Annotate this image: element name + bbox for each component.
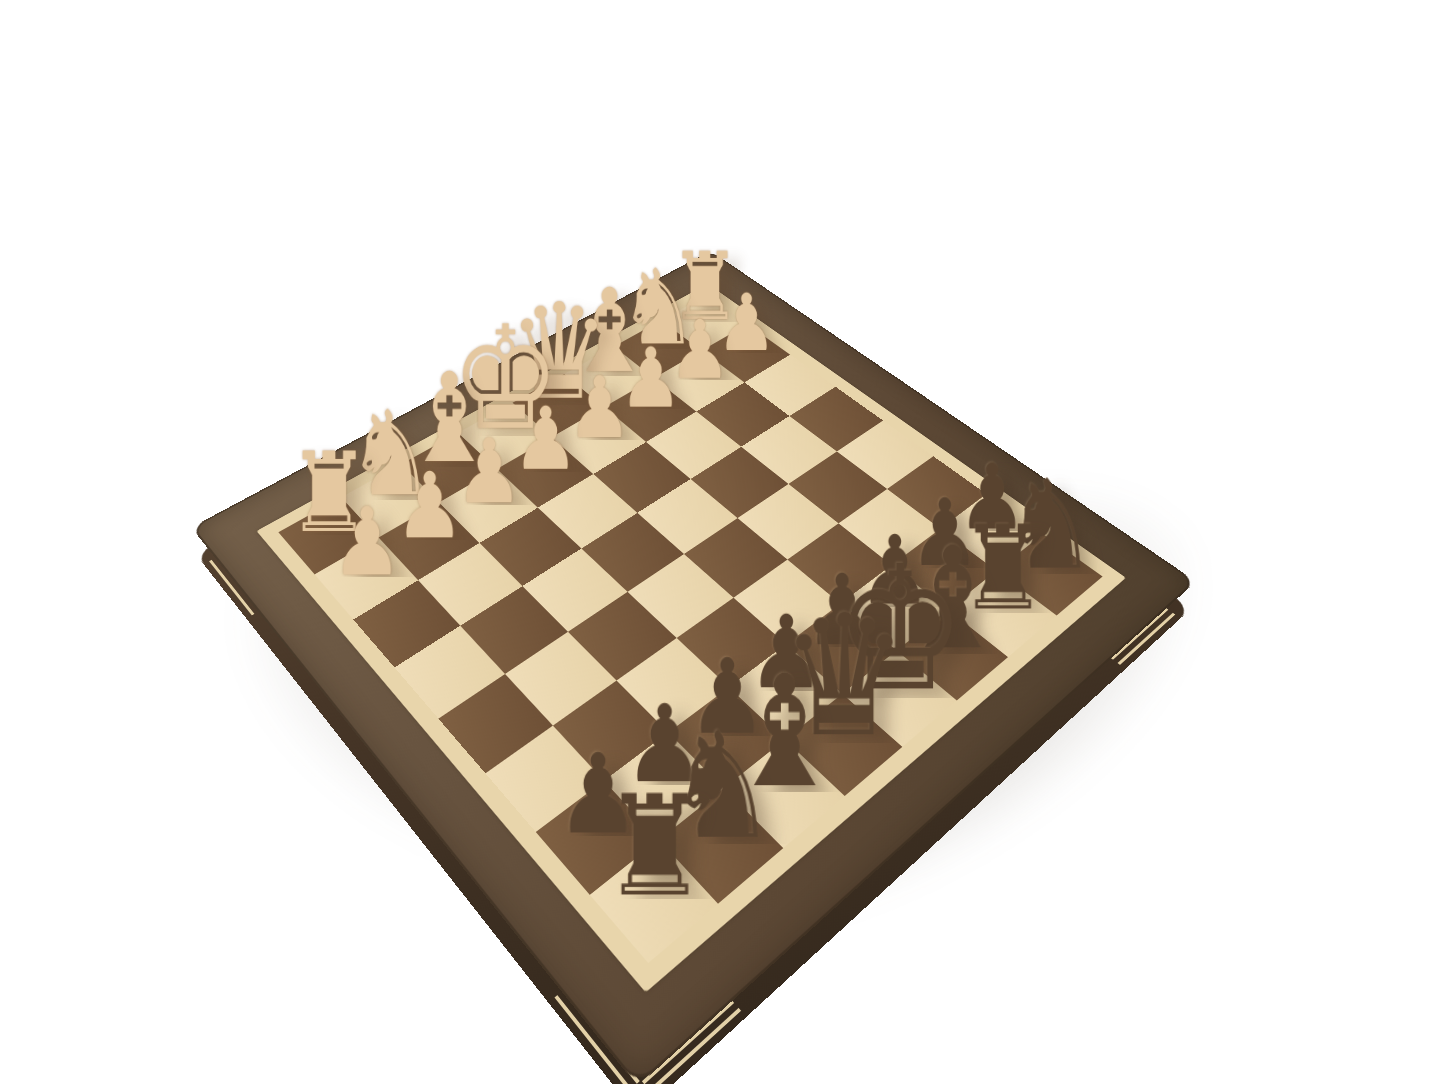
board-grid: ♜♞♝♚♛♝♞♜♟♟♟♟♟♟♟♟♟♟♟♟♟♟♟♟♜♞♝♛♚♝♜♞: [278, 295, 1102, 963]
scene: ♜♞♝♚♛♝♞♜♟♟♟♟♟♟♟♟♟♟♟♟♟♟♟♟♜♞♝♛♚♝♜♞: [0, 0, 1445, 1084]
piece-white-pawn[interactable]: ♟: [297, 423, 435, 586]
product-photo: ♜♞♝♚♛♝♞♜♟♟♟♟♟♟♟♟♟♟♟♟♟♟♟♟♜♞♝♛♚♝♜♞: [0, 0, 1445, 1084]
piece-black-rook[interactable]: ♜: [569, 710, 738, 909]
board-frame: ♜♞♝♚♛♝♞♜♟♟♟♟♟♟♟♟♟♟♟♟♟♟♟♟♜♞♝♛♚♝♜♞: [191, 251, 1196, 1084]
board-3d: ♜♞♝♚♛♝♞♜♟♟♟♟♟♟♟♟♟♟♟♟♟♟♟♟♜♞♝♛♚♝♜♞: [191, 251, 1196, 1084]
